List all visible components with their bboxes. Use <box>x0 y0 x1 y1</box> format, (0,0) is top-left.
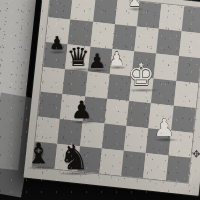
pieces-layer: ♟♟♛♟♟♚♟♟♝♞ <box>33 0 200 183</box>
black-pawn-piece[interactable]: ♟ <box>49 34 65 52</box>
piece-shadow <box>108 66 127 70</box>
white-king-piece[interactable]: ♚ <box>128 60 155 90</box>
white-pawn-piece[interactable]: ♟ <box>128 0 141 9</box>
white-pawn-piece[interactable]: ♟ <box>108 50 124 68</box>
black-queen-piece[interactable]: ♛ <box>66 44 89 70</box>
piece-shadow <box>153 138 179 142</box>
black-knight-piece[interactable]: ♞ <box>59 140 89 174</box>
piece-shadow <box>48 50 67 54</box>
white-pawn-piece[interactable]: ♟ <box>153 116 175 140</box>
piece-shadow <box>127 88 159 92</box>
photo-frame: ♟♟♛♟♟♚♟♟♝♞ ııl·ılı·l ✥ <box>0 0 200 200</box>
piece-shadow <box>66 68 94 72</box>
piece-shadow <box>58 172 95 176</box>
black-pawn-piece[interactable]: ♟ <box>71 98 93 122</box>
photo-scene: ♟♟♛♟♟♚♟♟♝♞ ııl·ılı·l ✥ <box>0 0 200 200</box>
piece-shadow <box>25 166 55 170</box>
chess-board-sheet: ♟♟♛♟♟♚♟♟♝♞ ııl·ılı·l ✥ <box>23 0 200 196</box>
compass-emblem-icon: ✥ <box>191 148 200 160</box>
black-bishop-piece[interactable]: ♝ <box>26 140 51 168</box>
piece-shadow <box>70 120 96 124</box>
piece-shadow <box>128 7 144 11</box>
